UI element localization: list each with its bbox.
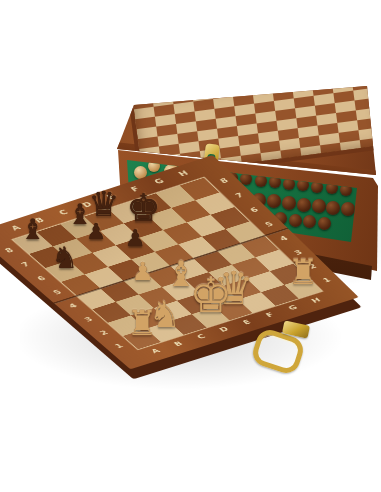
- product-photo-scene: ♞♞ ABCDEFGH ABCDEFGH 12345678 12345678 ♝…: [0, 0, 381, 492]
- white-king-d1[interactable]: ♚: [187, 271, 235, 319]
- pieces-layer: ♝♝♛♟♚♞♟♟♝♜♞♚♛♜: [0, 0, 381, 492]
- black-king-e7[interactable]: ♚: [124, 190, 162, 228]
- black-pawn-c7[interactable]: ♟: [85, 221, 107, 243]
- black-knight-a6[interactable]: ♞: [50, 243, 80, 273]
- black-pawn-d6[interactable]: ♟: [124, 227, 147, 250]
- black-bishop-a8[interactable]: ♝: [19, 216, 47, 244]
- white-pawn-c4[interactable]: ♟: [130, 260, 155, 285]
- white-rook-a1[interactable]: ♜: [125, 306, 160, 341]
- white-rook-h1[interactable]: ♜: [286, 255, 321, 290]
